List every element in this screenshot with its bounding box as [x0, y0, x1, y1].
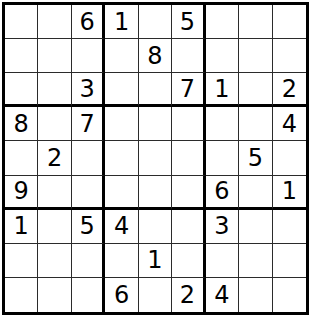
sudoku-cell-r1c9[interactable]	[273, 5, 306, 39]
sudoku-cell-r1c7[interactable]	[206, 5, 239, 39]
sudoku-cell-r3c4[interactable]	[105, 73, 138, 107]
sudoku-cell-r7c9[interactable]	[273, 210, 306, 244]
sudoku-cell-r1c8[interactable]	[239, 5, 272, 39]
sudoku-cell-r1c3[interactable]: 6	[72, 5, 105, 39]
sudoku-cell-r2c4[interactable]	[105, 39, 138, 73]
sudoku-cell-r3c8[interactable]	[239, 73, 272, 107]
sudoku-page: 615837128742596115431624	[0, 0, 312, 320]
sudoku-cell-r6c8[interactable]	[239, 176, 272, 210]
sudoku-cell-r5c9[interactable]	[273, 141, 306, 175]
given-digit: 7	[79, 112, 94, 136]
sudoku-cell-r8c1[interactable]	[5, 244, 38, 278]
sudoku-cell-r3c2[interactable]	[38, 73, 71, 107]
sudoku-cell-r9c3[interactable]	[72, 278, 105, 312]
sudoku-cell-r2c7[interactable]	[206, 39, 239, 73]
sudoku-cell-r8c4[interactable]	[105, 244, 138, 278]
sudoku-cell-r5c7[interactable]	[206, 141, 239, 175]
given-digit: 4	[114, 214, 129, 238]
given-digit: 8	[14, 112, 29, 136]
sudoku-cell-r6c6[interactable]	[172, 176, 205, 210]
sudoku-cell-r5c3[interactable]	[72, 141, 105, 175]
sudoku-cell-r4c6[interactable]	[172, 107, 205, 141]
sudoku-cell-r3c9[interactable]: 2	[273, 73, 306, 107]
given-digit: 1	[14, 214, 29, 238]
sudoku-cell-r9c1[interactable]	[5, 278, 38, 312]
sudoku-cell-r3c6[interactable]: 7	[172, 73, 205, 107]
sudoku-cell-r5c2[interactable]: 2	[38, 141, 71, 175]
given-digit: 3	[79, 77, 94, 101]
sudoku-cell-r5c5[interactable]	[139, 141, 172, 175]
sudoku-cell-r5c6[interactable]	[172, 141, 205, 175]
sudoku-cell-r9c4[interactable]: 6	[105, 278, 138, 312]
sudoku-cell-r7c3[interactable]: 5	[72, 210, 105, 244]
sudoku-cell-r4c9[interactable]: 4	[273, 107, 306, 141]
sudoku-cell-r8c3[interactable]	[72, 244, 105, 278]
sudoku-cell-r2c9[interactable]	[273, 39, 306, 73]
sudoku-cell-r7c2[interactable]	[38, 210, 71, 244]
sudoku-cell-r9c8[interactable]	[239, 278, 272, 312]
given-digit: 1	[214, 77, 229, 101]
sudoku-cell-r3c3[interactable]: 3	[72, 73, 105, 107]
sudoku-cell-r1c1[interactable]	[5, 5, 38, 39]
sudoku-cell-r5c8[interactable]: 5	[239, 141, 272, 175]
sudoku-cell-r2c8[interactable]	[239, 39, 272, 73]
sudoku-board: 615837128742596115431624	[2, 2, 309, 315]
sudoku-cell-r9c7[interactable]: 4	[206, 278, 239, 312]
sudoku-cell-r9c6[interactable]: 2	[172, 278, 205, 312]
sudoku-cell-r6c2[interactable]	[38, 176, 71, 210]
sudoku-cell-r7c5[interactable]	[139, 210, 172, 244]
sudoku-cell-r7c8[interactable]	[239, 210, 272, 244]
sudoku-cell-r4c8[interactable]	[239, 107, 272, 141]
sudoku-cell-r6c9[interactable]: 1	[273, 176, 306, 210]
sudoku-cell-r3c7[interactable]: 1	[206, 73, 239, 107]
given-digit: 2	[47, 146, 62, 170]
sudoku-cell-r2c2[interactable]	[38, 39, 71, 73]
given-digit: 1	[114, 10, 129, 34]
sudoku-cell-r4c2[interactable]	[38, 107, 71, 141]
given-digit: 4	[282, 112, 297, 136]
sudoku-cell-r4c3[interactable]: 7	[72, 107, 105, 141]
sudoku-cell-r8c2[interactable]	[38, 244, 71, 278]
sudoku-cell-r2c5[interactable]: 8	[139, 39, 172, 73]
sudoku-cell-r4c7[interactable]	[206, 107, 239, 141]
given-digit: 6	[214, 179, 229, 203]
sudoku-cell-r2c3[interactable]	[72, 39, 105, 73]
sudoku-cell-r7c1[interactable]: 1	[5, 210, 38, 244]
sudoku-cell-r1c6[interactable]: 5	[172, 5, 205, 39]
sudoku-cell-r5c1[interactable]	[5, 141, 38, 175]
sudoku-cell-r6c3[interactable]	[72, 176, 105, 210]
sudoku-cell-r4c1[interactable]: 8	[5, 107, 38, 141]
sudoku-cell-r2c6[interactable]	[172, 39, 205, 73]
sudoku-cell-r8c9[interactable]	[273, 244, 306, 278]
sudoku-cell-r8c7[interactable]	[206, 244, 239, 278]
sudoku-cell-r8c8[interactable]	[239, 244, 272, 278]
given-digit: 2	[180, 283, 195, 307]
sudoku-cell-r7c7[interactable]: 3	[206, 210, 239, 244]
sudoku-cell-r6c4[interactable]	[105, 176, 138, 210]
given-digit: 8	[147, 44, 162, 68]
sudoku-cell-r8c6[interactable]	[172, 244, 205, 278]
given-digit: 1	[282, 179, 297, 203]
given-digit: 2	[282, 77, 297, 101]
sudoku-cell-r9c9[interactable]	[273, 278, 306, 312]
sudoku-cell-r6c7[interactable]: 6	[206, 176, 239, 210]
sudoku-cell-r1c4[interactable]: 1	[105, 5, 138, 39]
sudoku-cell-r3c5[interactable]	[139, 73, 172, 107]
given-digit: 4	[214, 283, 229, 307]
sudoku-cell-r4c4[interactable]	[105, 107, 138, 141]
given-digit: 6	[114, 283, 129, 307]
sudoku-cell-r1c2[interactable]	[38, 5, 71, 39]
sudoku-cell-r5c4[interactable]	[105, 141, 138, 175]
given-digit: 1	[147, 248, 162, 272]
sudoku-cell-r9c2[interactable]	[38, 278, 71, 312]
given-digit: 5	[248, 146, 263, 170]
sudoku-cell-r1c5[interactable]	[139, 5, 172, 39]
given-digit: 7	[180, 77, 195, 101]
sudoku-cell-r2c1[interactable]	[5, 39, 38, 73]
given-digit: 9	[14, 179, 29, 203]
sudoku-cell-r7c4[interactable]: 4	[105, 210, 138, 244]
given-digit: 3	[214, 214, 229, 238]
given-digit: 6	[79, 10, 94, 34]
sudoku-cell-r8c5[interactable]: 1	[139, 244, 172, 278]
sudoku-cell-r7c6[interactable]	[172, 210, 205, 244]
sudoku-cell-r9c5[interactable]	[139, 278, 172, 312]
sudoku-cell-r6c1[interactable]: 9	[5, 176, 38, 210]
sudoku-cell-r3c1[interactable]	[5, 73, 38, 107]
given-digit: 5	[79, 214, 94, 238]
sudoku-cell-r4c5[interactable]	[139, 107, 172, 141]
sudoku-cell-r6c5[interactable]	[139, 176, 172, 210]
given-digit: 5	[180, 10, 195, 34]
